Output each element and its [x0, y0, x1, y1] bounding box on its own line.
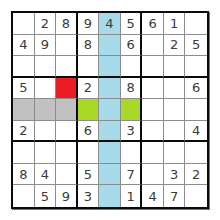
cell-r8c5-cyan[interactable]: [99, 164, 121, 186]
cell-r1c1[interactable]: [13, 13, 35, 35]
cell-r1c3[interactable]: 8: [56, 13, 78, 35]
cell-r5c3-gray[interactable]: [56, 99, 78, 121]
cell-r9c1[interactable]: [13, 185, 35, 207]
cell-r1c5-cyan[interactable]: 4: [99, 13, 121, 35]
cell-r8c2[interactable]: 4: [35, 164, 57, 186]
cell-r1c2[interactable]: 2: [35, 13, 57, 35]
cell-r3c8[interactable]: [164, 56, 186, 78]
cell-r3c4[interactable]: [78, 56, 100, 78]
cell-r7c5-cyan[interactable]: [99, 142, 121, 164]
cell-r7c8[interactable]: [164, 142, 186, 164]
cell-r9c5-cyan[interactable]: [99, 185, 121, 207]
cell-r2c5-cyan[interactable]: [99, 35, 121, 57]
cell-r2c8[interactable]: 2: [164, 35, 186, 57]
cell-r5c4-green[interactable]: [78, 99, 100, 121]
cell-r7c7[interactable]: [142, 142, 164, 164]
cell-r9c8[interactable]: 7: [164, 185, 186, 207]
cell-r5c2-gray[interactable]: [35, 99, 57, 121]
cell-r7c3[interactable]: [56, 142, 78, 164]
cell-r6c7[interactable]: [142, 121, 164, 143]
cell-r5c9[interactable]: [185, 99, 207, 121]
cell-r2c9[interactable]: 5: [185, 35, 207, 57]
cell-r1c9[interactable]: [185, 13, 207, 35]
cell-r9c3[interactable]: 9: [56, 185, 78, 207]
cell-r4c7[interactable]: [142, 78, 164, 100]
cell-r8c1[interactable]: 8: [13, 164, 35, 186]
cell-r8c4[interactable]: 5: [78, 164, 100, 186]
cell-r6c6[interactable]: 3: [121, 121, 143, 143]
cell-r3c9[interactable]: [185, 56, 207, 78]
cell-r5c1-gray[interactable]: [13, 99, 35, 121]
cell-r5c8[interactable]: [164, 99, 186, 121]
cell-r2c3[interactable]: [56, 35, 78, 57]
cell-r5c6-green[interactable]: [121, 99, 143, 121]
cell-r9c6[interactable]: 1: [121, 185, 143, 207]
sudoku-page: 289456149862552862634845732593147: [0, 0, 220, 220]
cell-r4c4[interactable]: 2: [78, 78, 100, 100]
cell-r1c6[interactable]: 5: [121, 13, 143, 35]
cell-r8c9[interactable]: 2: [185, 164, 207, 186]
cell-r2c7[interactable]: [142, 35, 164, 57]
cell-r6c4[interactable]: 6: [78, 121, 100, 143]
cell-r6c2[interactable]: [35, 121, 57, 143]
cell-r2c4[interactable]: 8: [78, 35, 100, 57]
cell-r5c7[interactable]: [142, 99, 164, 121]
cell-r9c9[interactable]: [185, 185, 207, 207]
cell-r4c5-cyan[interactable]: [99, 78, 121, 100]
cell-r3c1[interactable]: [13, 56, 35, 78]
cell-r3c7[interactable]: [142, 56, 164, 78]
cell-r9c4[interactable]: 3: [78, 185, 100, 207]
cell-r3c5-cyan[interactable]: [99, 56, 121, 78]
cell-r5c5-cyan[interactable]: [99, 99, 121, 121]
cell-r8c7[interactable]: [142, 164, 164, 186]
cell-r6c8[interactable]: [164, 121, 186, 143]
cell-r8c8[interactable]: 3: [164, 164, 186, 186]
cell-r8c6[interactable]: 7: [121, 164, 143, 186]
cell-r2c1[interactable]: 4: [13, 35, 35, 57]
cell-r7c1[interactable]: [13, 142, 35, 164]
cell-r7c4[interactable]: [78, 142, 100, 164]
cell-r4c6[interactable]: 8: [121, 78, 143, 100]
cell-r6c5-cyan[interactable]: [99, 121, 121, 143]
cell-r6c9[interactable]: 4: [185, 121, 207, 143]
cell-r7c9[interactable]: [185, 142, 207, 164]
cell-r1c7[interactable]: 6: [142, 13, 164, 35]
cell-r2c6[interactable]: 6: [121, 35, 143, 57]
cell-r8c3[interactable]: [56, 164, 78, 186]
cell-r6c1[interactable]: 2: [13, 121, 35, 143]
cell-r1c8[interactable]: 1: [164, 13, 186, 35]
cell-r3c3[interactable]: [56, 56, 78, 78]
cell-r7c2[interactable]: [35, 142, 57, 164]
cell-r7c6[interactable]: [121, 142, 143, 164]
sudoku-board: 289456149862552862634845732593147: [11, 11, 209, 209]
cell-r4c3-red[interactable]: [56, 78, 78, 100]
cell-r4c2[interactable]: [35, 78, 57, 100]
cell-r9c7[interactable]: 4: [142, 185, 164, 207]
cell-r9c2[interactable]: 5: [35, 185, 57, 207]
cell-r4c9[interactable]: 6: [185, 78, 207, 100]
cell-r3c6[interactable]: [121, 56, 143, 78]
cell-r4c1[interactable]: 5: [13, 78, 35, 100]
cell-r2c2[interactable]: 9: [35, 35, 57, 57]
cell-r1c4[interactable]: 9: [78, 13, 100, 35]
cell-r4c8[interactable]: [164, 78, 186, 100]
cell-r6c3[interactable]: [56, 121, 78, 143]
cell-r3c2[interactable]: [35, 56, 57, 78]
